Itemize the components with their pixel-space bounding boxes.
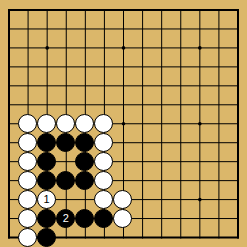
black-stone [75, 152, 94, 171]
black-stone [37, 209, 56, 228]
black-stone [56, 133, 75, 152]
black-stone [75, 171, 94, 190]
black-stone [94, 209, 113, 228]
white-stone [18, 228, 37, 247]
white-stone [94, 114, 113, 133]
white-stone [56, 114, 75, 133]
white-stone [18, 114, 37, 133]
black-stone [37, 152, 56, 171]
white-stone [94, 171, 113, 190]
go-board-diagram: 12 [0, 0, 247, 247]
white-stone [75, 114, 94, 133]
black-stone [75, 133, 94, 152]
white-stone [18, 171, 37, 190]
white-stone [94, 133, 113, 152]
black-stone [56, 171, 75, 190]
white-stone [113, 209, 132, 228]
black-stone [37, 171, 56, 190]
white-stone [37, 114, 56, 133]
black-stone [37, 133, 56, 152]
white-stone [113, 190, 132, 209]
white-stone [94, 190, 113, 209]
move-2-black-stone: 2 [56, 209, 75, 228]
black-stone [75, 209, 94, 228]
white-stone [18, 133, 37, 152]
move-number-label: 1 [44, 194, 50, 206]
move-1-white-stone: 1 [37, 190, 56, 209]
white-stone [18, 209, 37, 228]
white-stone [18, 190, 37, 209]
white-stone [18, 152, 37, 171]
black-stone [37, 228, 56, 247]
stone-layer: 12 [0, 0, 247, 247]
white-stone [94, 152, 113, 171]
move-number-label: 2 [63, 213, 69, 225]
